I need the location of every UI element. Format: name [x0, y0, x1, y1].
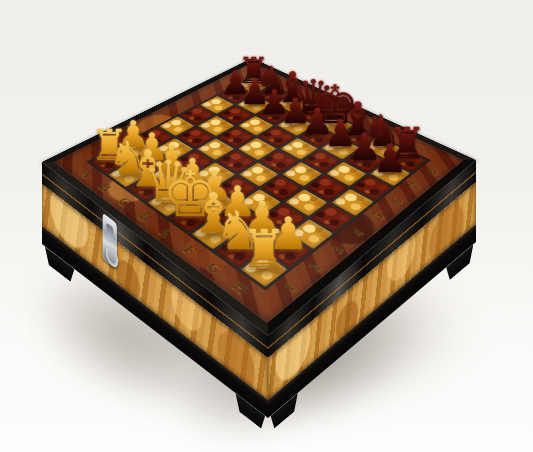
- latch-icon[interactable]: [103, 213, 117, 270]
- scene: ABCDEFGH 12345678 ♜♞♝♛♚♝♞♜♟♟♟♟♟♟♟♟♟♟♟♟♟♟…: [0, 0, 533, 452]
